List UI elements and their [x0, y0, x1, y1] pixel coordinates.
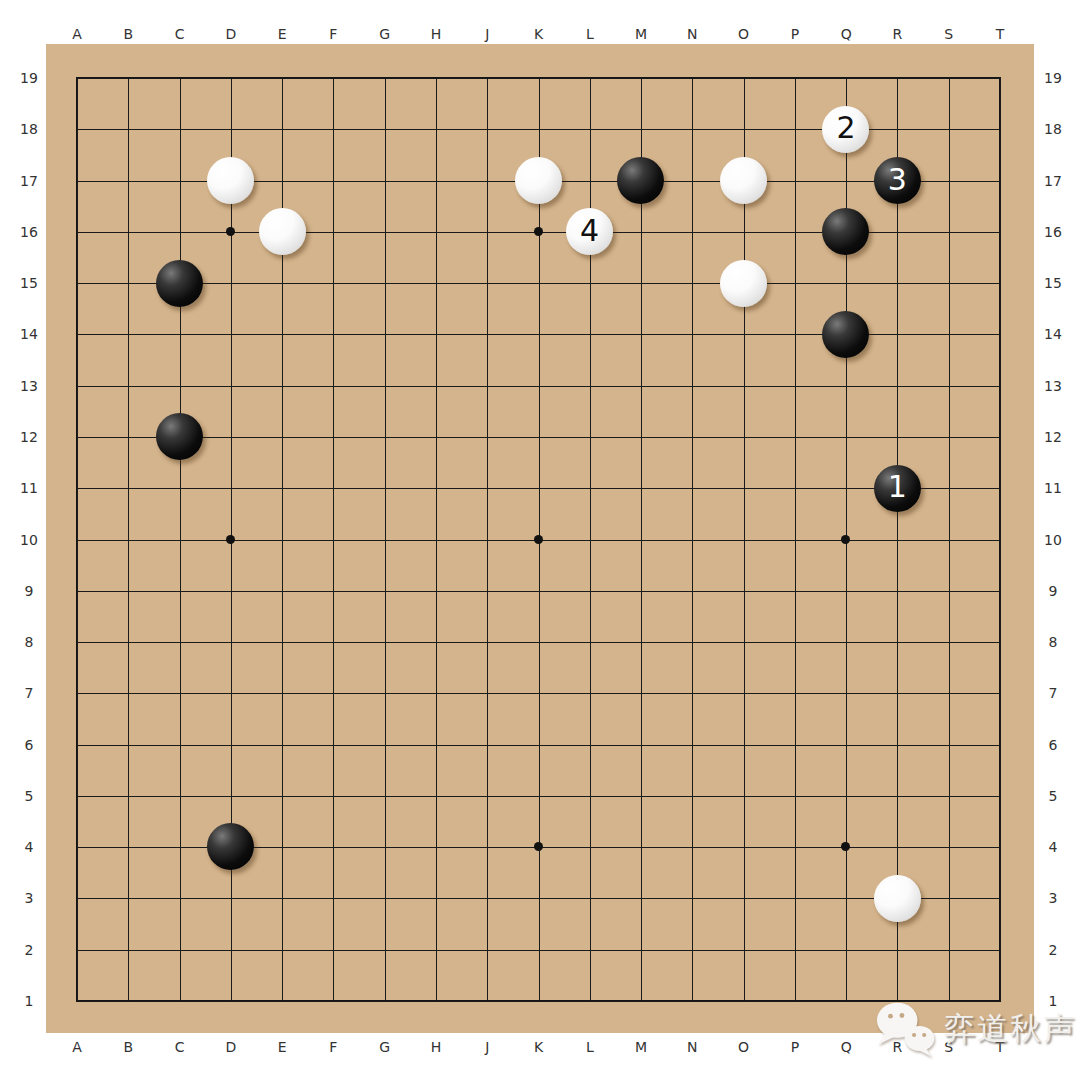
- row-label-left-2: 2: [25, 942, 34, 958]
- column-label-top-M: M: [635, 26, 647, 42]
- column-label-bottom-N: N: [687, 1039, 697, 1055]
- move-number-4: 4: [580, 216, 599, 246]
- row-label-right-18: 18: [1044, 121, 1062, 137]
- row-label-left-9: 9: [25, 583, 34, 599]
- column-label-bottom-O: O: [738, 1039, 749, 1055]
- row-label-right-14: 14: [1044, 326, 1062, 342]
- row-label-left-19: 19: [20, 70, 38, 86]
- row-label-right-2: 2: [1049, 942, 1058, 958]
- star-point-Q4: [820, 821, 871, 872]
- row-label-left-3: 3: [25, 890, 34, 906]
- star-point-dot: [534, 227, 543, 236]
- go-board: 4231: [46, 44, 1034, 1033]
- stone-white-Q18: 2: [822, 106, 869, 153]
- column-label-top-P: P: [791, 26, 799, 42]
- star-point-dot: [841, 842, 850, 851]
- star-point-dot: [534, 842, 543, 851]
- watermark-text: 弈道秋声: [944, 1008, 1076, 1050]
- star-point-dot: [841, 535, 850, 544]
- column-label-top-G: G: [379, 26, 390, 42]
- row-label-left-6: 6: [25, 737, 34, 753]
- move-number-3: 3: [888, 165, 907, 195]
- row-label-right-3: 3: [1049, 890, 1058, 906]
- row-label-left-1: 1: [25, 993, 34, 1009]
- row-label-right-10: 10: [1044, 532, 1062, 548]
- stone-black-M17: [617, 157, 664, 204]
- stone-black-C15: [156, 260, 203, 307]
- column-label-top-H: H: [431, 26, 442, 42]
- star-point-K10: [513, 514, 564, 565]
- intersection-Q14: [820, 309, 871, 360]
- row-label-left-8: 8: [25, 634, 34, 650]
- stone-black-C12: [156, 413, 203, 460]
- column-label-top-B: B: [123, 26, 133, 42]
- column-label-bottom-K: K: [534, 1039, 543, 1055]
- intersection-C15: [154, 257, 205, 308]
- column-label-bottom-B: B: [123, 1039, 133, 1055]
- intersection-R3: [872, 873, 923, 924]
- column-label-top-O: O: [738, 26, 749, 42]
- stone-black-Q14: [822, 311, 869, 358]
- intersection-L16: 4: [564, 206, 615, 257]
- column-label-bottom-D: D: [225, 1039, 236, 1055]
- stone-white-R3: [874, 875, 921, 922]
- column-label-top-S: S: [944, 26, 953, 42]
- row-label-left-17: 17: [20, 173, 38, 189]
- row-label-left-14: 14: [20, 326, 38, 342]
- stone-white-K17: [515, 157, 562, 204]
- star-point-K4: [513, 821, 564, 872]
- stone-white-O15: [720, 260, 767, 307]
- column-label-top-J: J: [485, 26, 489, 42]
- intersection-K17: [513, 155, 564, 206]
- star-point-D16: [205, 206, 256, 257]
- intersection-C12: [154, 411, 205, 462]
- row-label-right-16: 16: [1044, 224, 1062, 240]
- row-label-right-7: 7: [1049, 685, 1058, 701]
- row-label-left-4: 4: [25, 839, 34, 855]
- row-label-left-11: 11: [20, 480, 38, 496]
- column-label-bottom-L: L: [586, 1039, 594, 1055]
- stone-white-O17: [720, 157, 767, 204]
- stone-black-D4: [207, 823, 254, 870]
- column-label-top-D: D: [225, 26, 236, 42]
- row-label-right-5: 5: [1049, 788, 1058, 804]
- stone-black-R17: 3: [874, 157, 921, 204]
- row-label-right-17: 17: [1044, 173, 1062, 189]
- row-label-left-16: 16: [20, 224, 38, 240]
- column-label-bottom-C: C: [175, 1039, 185, 1055]
- column-label-bottom-J: J: [485, 1039, 489, 1055]
- row-label-left-10: 10: [20, 532, 38, 548]
- row-label-left-13: 13: [20, 378, 38, 394]
- row-label-right-9: 9: [1049, 583, 1058, 599]
- row-label-left-15: 15: [20, 275, 38, 291]
- row-label-right-13: 13: [1044, 378, 1062, 394]
- column-label-bottom-E: E: [278, 1039, 287, 1055]
- row-label-right-6: 6: [1049, 737, 1058, 753]
- intersection-M17: [615, 155, 666, 206]
- intersection-Q18: 2: [820, 104, 871, 155]
- row-label-right-11: 11: [1044, 480, 1062, 496]
- stone-black-R11: 1: [874, 465, 921, 512]
- intersection-O17: [718, 155, 769, 206]
- column-label-top-Q: Q: [841, 26, 852, 42]
- wechat-icon: [872, 1000, 940, 1058]
- star-point-K16: [513, 206, 564, 257]
- go-diagram: 4231 AABBCCDDEEFFGGHHJJKKLLMMNNOOPPQQRRS…: [0, 0, 1080, 1080]
- row-label-right-19: 19: [1044, 70, 1062, 86]
- column-label-bottom-A: A: [72, 1039, 82, 1055]
- move-number-1: 1: [888, 472, 907, 502]
- star-point-dot: [226, 535, 235, 544]
- row-label-left-18: 18: [20, 121, 38, 137]
- board-grid: 4231: [51, 52, 1025, 1026]
- column-label-bottom-H: H: [431, 1039, 442, 1055]
- column-label-top-T: T: [996, 26, 1005, 42]
- move-number-2: 2: [836, 113, 855, 143]
- column-label-top-R: R: [893, 26, 903, 42]
- row-label-right-8: 8: [1049, 634, 1058, 650]
- intersection-R11: 1: [872, 462, 923, 513]
- star-point-D10: [205, 514, 256, 565]
- stone-white-E16: [259, 208, 306, 255]
- column-label-bottom-F: F: [329, 1039, 337, 1055]
- column-label-bottom-Q: Q: [841, 1039, 852, 1055]
- row-label-right-15: 15: [1044, 275, 1062, 291]
- intersection-D17: [205, 155, 256, 206]
- intersection-E16: [256, 206, 307, 257]
- column-label-top-L: L: [586, 26, 594, 42]
- stone-white-L16: 4: [566, 208, 613, 255]
- intersection-R17: 3: [872, 155, 923, 206]
- column-label-top-F: F: [329, 26, 337, 42]
- column-label-top-A: A: [72, 26, 82, 42]
- stone-black-Q16: [822, 208, 869, 255]
- column-label-top-N: N: [687, 26, 697, 42]
- row-label-left-5: 5: [25, 788, 34, 804]
- column-label-bottom-G: G: [379, 1039, 390, 1055]
- stone-white-D17: [207, 157, 254, 204]
- row-label-right-4: 4: [1049, 839, 1058, 855]
- intersection-Q16: [820, 206, 871, 257]
- column-label-top-E: E: [278, 26, 287, 42]
- row-label-left-7: 7: [25, 685, 34, 701]
- intersection-D4: [205, 821, 256, 872]
- column-label-top-K: K: [534, 26, 543, 42]
- star-point-dot: [534, 535, 543, 544]
- column-label-bottom-P: P: [791, 1039, 799, 1055]
- intersection-O15: [718, 257, 769, 308]
- star-point-dot: [226, 227, 235, 236]
- row-label-left-12: 12: [20, 429, 38, 445]
- star-point-Q10: [820, 514, 871, 565]
- watermark: 弈道秋声: [872, 1000, 1076, 1058]
- row-label-right-12: 12: [1044, 429, 1062, 445]
- column-label-top-C: C: [175, 26, 185, 42]
- column-label-bottom-M: M: [635, 1039, 647, 1055]
